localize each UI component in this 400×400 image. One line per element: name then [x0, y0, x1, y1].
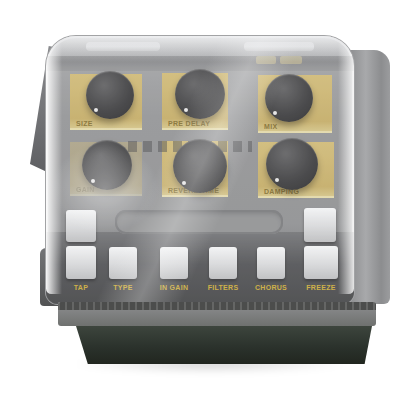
cover-top-highlight	[46, 36, 354, 62]
cover-front-lip	[58, 302, 376, 326]
cover-right-highlight	[338, 40, 354, 294]
dust-cover: SIZE PRE DELAY MIX GAIN REVERB TIME DAMP…	[46, 36, 354, 304]
product-photo: SIZE PRE DELAY MIX GAIN REVERB TIME DAMP…	[0, 0, 400, 400]
cover-left-highlight	[46, 40, 62, 294]
cover-lip-ribbing	[58, 302, 376, 310]
device-wooden-base	[76, 326, 372, 364]
cover-sheen	[46, 36, 354, 304]
